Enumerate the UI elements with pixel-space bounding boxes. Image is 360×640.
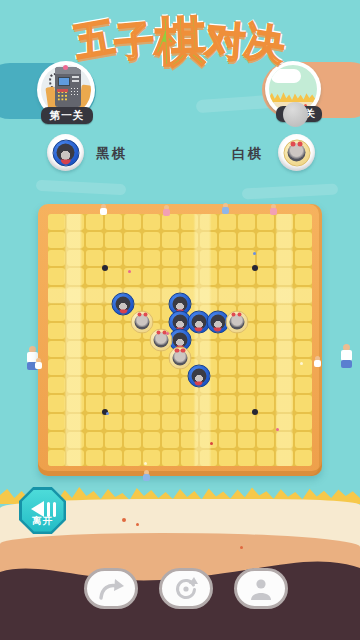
white-side-indicator <box>278 134 315 171</box>
title-char: 对 <box>204 16 247 67</box>
title-char: 子 <box>112 15 156 66</box>
share-arrow-icon <box>97 577 125 601</box>
board-speck <box>166 332 169 335</box>
frame-person-sprite <box>222 203 229 214</box>
star-point <box>252 409 258 415</box>
restart-button[interactable] <box>159 568 213 609</box>
sky-wisp <box>36 180 126 196</box>
white-stone <box>131 311 154 334</box>
board-speck <box>128 270 131 273</box>
white-stone <box>150 329 173 352</box>
sky-wisp <box>242 183 338 199</box>
frame-person-sprite <box>100 204 107 215</box>
white-stone <box>169 347 192 370</box>
board-speck <box>253 252 256 255</box>
board-speck <box>106 412 109 415</box>
board-speck <box>276 428 279 431</box>
star-point <box>252 265 258 271</box>
board-speck <box>144 462 147 465</box>
sand-speck <box>122 518 126 522</box>
white-stone <box>225 311 248 334</box>
white-side-label: 白棋 <box>232 145 263 163</box>
title-char: 棋 <box>153 9 207 73</box>
board-speck <box>210 442 213 445</box>
board-speck <box>300 362 303 365</box>
black-stone-avatar <box>52 139 79 166</box>
title-char: 决 <box>242 16 289 70</box>
star-point <box>102 265 108 271</box>
share-button[interactable] <box>84 568 138 609</box>
leave-button-label: 离开 <box>22 515 64 528</box>
black-stone <box>112 293 135 316</box>
level-badge: 第一关 <box>41 107 93 124</box>
stone-layer <box>48 214 312 466</box>
restart-icon <box>173 576 199 602</box>
frame-person-sprite <box>314 356 321 367</box>
black-side-indicator <box>47 134 84 171</box>
frame-person-sprite <box>35 358 42 369</box>
gomoku-board[interactable] <box>38 204 322 476</box>
person-icon <box>248 577 274 601</box>
decor-figure-right <box>340 344 353 370</box>
game-title: 五子棋对决 <box>0 2 360 64</box>
frame-person-sprite <box>143 470 150 481</box>
frame-person-sprite <box>163 205 170 216</box>
profile-button[interactable] <box>234 568 288 609</box>
black-stone <box>187 365 210 388</box>
gray-stone-avatar <box>283 102 308 127</box>
black-side-label: 黑棋 <box>96 145 127 163</box>
white-stone-avatar <box>283 139 310 166</box>
frame-person-sprite <box>270 204 277 215</box>
sand-speck <box>240 546 243 549</box>
sand-speck <box>136 523 139 526</box>
gomoku-game-screen: 五子棋对决 第一关 关 黑棋 白棋 <box>0 0 360 640</box>
title-char: 五 <box>70 12 118 66</box>
